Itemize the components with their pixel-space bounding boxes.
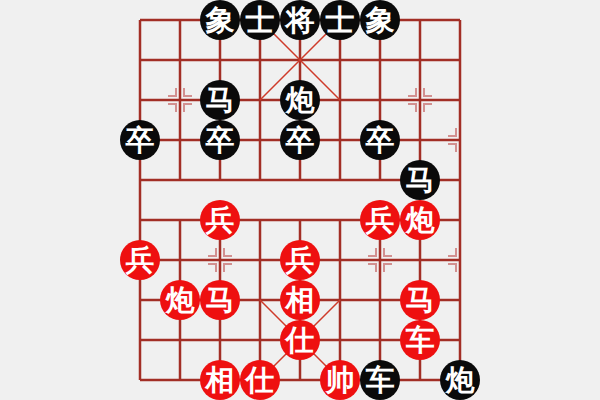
piece-red-cannon[interactable]: 炮 [400, 200, 440, 240]
piece-red-elephant[interactable]: 相 [200, 360, 240, 400]
piece-red-advisor[interactable]: 仕 [240, 360, 280, 400]
piece-black-elephant[interactable]: 象 [360, 0, 400, 40]
app-canvas: 象士将士象马炮卒卒卒卒马兵兵炮兵兵炮马相马仕车相仕帅车炮 [0, 0, 600, 400]
piece-black-soldier[interactable]: 卒 [360, 120, 400, 160]
piece-black-general[interactable]: 将 [280, 0, 320, 40]
piece-red-general[interactable]: 帅 [320, 360, 360, 400]
piece-red-horse[interactable]: 马 [400, 280, 440, 320]
xiangqi-board[interactable]: 象士将士象马炮卒卒卒卒马兵兵炮兵兵炮马相马仕车相仕帅车炮 [120, 0, 480, 400]
piece-black-advisor[interactable]: 士 [240, 0, 280, 40]
piece-black-horse[interactable]: 马 [200, 80, 240, 120]
piece-black-horse[interactable]: 马 [400, 160, 440, 200]
piece-black-elephant[interactable]: 象 [200, 0, 240, 40]
piece-red-cannon[interactable]: 炮 [160, 280, 200, 320]
piece-red-elephant[interactable]: 相 [280, 280, 320, 320]
piece-red-soldier[interactable]: 兵 [120, 240, 160, 280]
piece-black-advisor[interactable]: 士 [320, 0, 360, 40]
piece-red-advisor[interactable]: 仕 [280, 320, 320, 360]
piece-black-soldier[interactable]: 卒 [200, 120, 240, 160]
piece-black-soldier[interactable]: 卒 [280, 120, 320, 160]
piece-black-soldier[interactable]: 卒 [120, 120, 160, 160]
board-grid[interactable]: 象士将士象马炮卒卒卒卒马兵兵炮兵兵炮马相马仕车相仕帅车炮 [120, 0, 480, 400]
piece-red-chariot[interactable]: 车 [400, 320, 440, 360]
piece-black-chariot[interactable]: 车 [360, 360, 400, 400]
piece-black-cannon[interactable]: 炮 [280, 80, 320, 120]
piece-red-soldier[interactable]: 兵 [280, 240, 320, 280]
piece-red-soldier[interactable]: 兵 [200, 200, 240, 240]
piece-red-horse[interactable]: 马 [200, 280, 240, 320]
piece-red-soldier[interactable]: 兵 [360, 200, 400, 240]
piece-black-cannon[interactable]: 炮 [440, 360, 480, 400]
